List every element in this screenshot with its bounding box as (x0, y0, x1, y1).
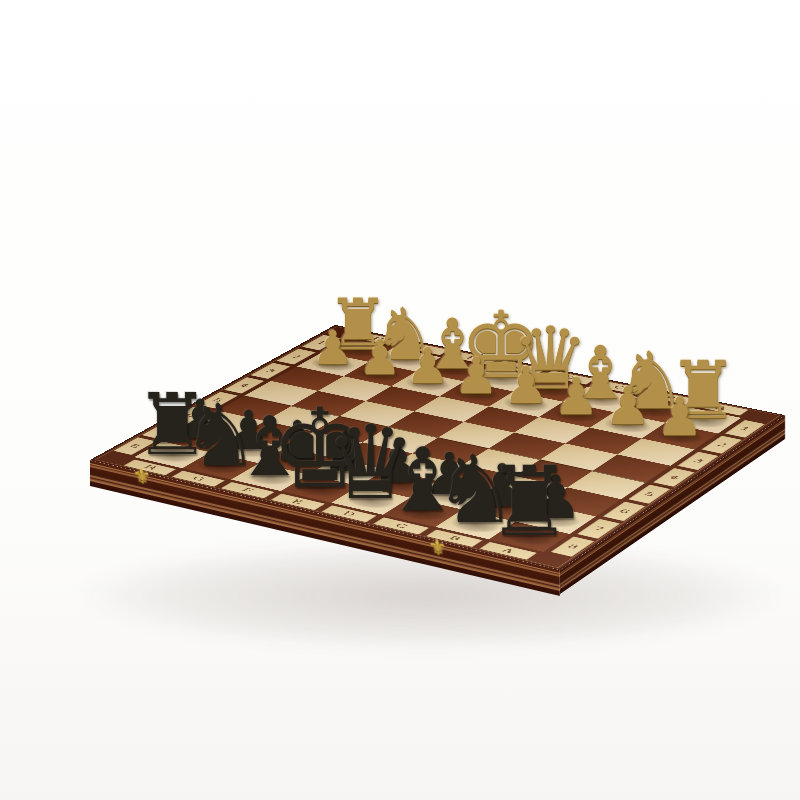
piece-gold-pawn[interactable]: ♟ (312, 324, 354, 371)
coordinate-label: 3 (263, 368, 278, 374)
piece-gold-pawn[interactable]: ♟ (503, 360, 549, 411)
coordinate-label: 3 (690, 458, 705, 464)
coordinate-label: 5 (642, 491, 658, 498)
piece-gold-pawn[interactable]: ♟ (406, 342, 450, 391)
coordinate-label: 2 (714, 441, 729, 447)
coordinate-label: 2 (289, 354, 304, 360)
piece-gold-pawn[interactable]: ♟ (554, 371, 600, 422)
piece-black-rook[interactable]: ♜ (486, 454, 572, 550)
piece-gold-pawn[interactable]: ♟ (604, 380, 651, 432)
piece-gold-pawn[interactable]: ♟ (454, 351, 499, 401)
coordinate-label: 4 (666, 474, 681, 481)
piece-gold-pawn[interactable]: ♟ (656, 390, 704, 443)
piece-gold-pawn[interactable]: ♟ (358, 333, 401, 381)
coordinate-label: 6 (616, 508, 632, 515)
coordinate-label: 7 (591, 525, 607, 532)
chess-set-photo: ⚜ ⚜ AA88BB77CC66DD55EE44FF33GG22HH11 ♜♞♝… (0, 0, 800, 800)
coordinate-label: 1 (738, 426, 753, 432)
